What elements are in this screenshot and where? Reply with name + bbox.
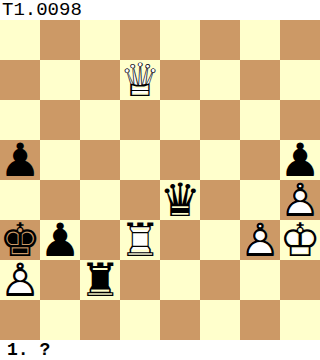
square-b7[interactable] xyxy=(40,60,80,100)
square-c6[interactable] xyxy=(80,100,120,140)
square-h2[interactable] xyxy=(280,260,320,300)
move-prompt: 1. ? xyxy=(0,340,320,360)
square-a1[interactable] xyxy=(0,300,40,340)
puzzle-page: T1.0098 ♛♕♟♟♛♟♙♚♟♜♖♟♙♚♔♟♙♜ 1. ? xyxy=(0,0,320,360)
puzzle-id: T1.0098 xyxy=(0,0,320,20)
square-g1[interactable] xyxy=(240,300,280,340)
square-e1[interactable] xyxy=(160,300,200,340)
white-pawn-icon: ♙ xyxy=(0,260,40,300)
square-f7[interactable] xyxy=(200,60,240,100)
square-b1[interactable] xyxy=(40,300,80,340)
white-pawn-icon: ♙ xyxy=(280,180,320,220)
square-a8[interactable] xyxy=(0,20,40,60)
black-pawn-icon: ♟ xyxy=(280,140,320,180)
white-rook-icon: ♖ xyxy=(120,220,160,260)
square-d3[interactable]: ♜♖ xyxy=(120,220,160,260)
square-a4[interactable] xyxy=(0,180,40,220)
square-d2[interactable] xyxy=(120,260,160,300)
square-a2[interactable]: ♟♙ xyxy=(0,260,40,300)
square-h1[interactable] xyxy=(280,300,320,340)
square-h4[interactable]: ♟♙ xyxy=(280,180,320,220)
square-f6[interactable] xyxy=(200,100,240,140)
square-b8[interactable] xyxy=(40,20,80,60)
square-f5[interactable] xyxy=(200,140,240,180)
square-g2[interactable] xyxy=(240,260,280,300)
square-c1[interactable] xyxy=(80,300,120,340)
square-e8[interactable] xyxy=(160,20,200,60)
square-e3[interactable] xyxy=(160,220,200,260)
chess-board: ♛♕♟♟♛♟♙♚♟♜♖♟♙♚♔♟♙♜ xyxy=(0,20,320,340)
square-c3[interactable] xyxy=(80,220,120,260)
black-queen-icon: ♛ xyxy=(160,180,200,220)
white-pawn-icon: ♙ xyxy=(240,220,280,260)
square-h8[interactable] xyxy=(280,20,320,60)
white-queen-icon: ♕ xyxy=(120,60,160,100)
square-e2[interactable] xyxy=(160,260,200,300)
square-b2[interactable] xyxy=(40,260,80,300)
square-h3[interactable]: ♚♔ xyxy=(280,220,320,260)
square-g7[interactable] xyxy=(240,60,280,100)
square-f2[interactable] xyxy=(200,260,240,300)
square-h6[interactable] xyxy=(280,100,320,140)
square-e5[interactable] xyxy=(160,140,200,180)
square-a3[interactable]: ♚ xyxy=(0,220,40,260)
square-b3[interactable]: ♟ xyxy=(40,220,80,260)
square-g4[interactable] xyxy=(240,180,280,220)
square-c7[interactable] xyxy=(80,60,120,100)
square-b6[interactable] xyxy=(40,100,80,140)
square-e7[interactable] xyxy=(160,60,200,100)
square-f3[interactable] xyxy=(200,220,240,260)
square-a7[interactable] xyxy=(0,60,40,100)
square-b5[interactable] xyxy=(40,140,80,180)
square-h5[interactable]: ♟ xyxy=(280,140,320,180)
square-d7[interactable]: ♛♕ xyxy=(120,60,160,100)
square-f4[interactable] xyxy=(200,180,240,220)
square-b4[interactable] xyxy=(40,180,80,220)
square-c4[interactable] xyxy=(80,180,120,220)
square-d8[interactable] xyxy=(120,20,160,60)
square-d4[interactable] xyxy=(120,180,160,220)
square-e4[interactable]: ♛ xyxy=(160,180,200,220)
black-pawn-icon: ♟ xyxy=(0,140,40,180)
white-king-icon: ♔ xyxy=(280,220,320,260)
square-d1[interactable] xyxy=(120,300,160,340)
black-king-icon: ♚ xyxy=(0,220,40,260)
square-g6[interactable] xyxy=(240,100,280,140)
square-h7[interactable] xyxy=(280,60,320,100)
black-rook-icon: ♜ xyxy=(80,260,120,300)
square-c5[interactable] xyxy=(80,140,120,180)
square-g3[interactable]: ♟♙ xyxy=(240,220,280,260)
square-f8[interactable] xyxy=(200,20,240,60)
square-d6[interactable] xyxy=(120,100,160,140)
square-e6[interactable] xyxy=(160,100,200,140)
square-c2[interactable]: ♜ xyxy=(80,260,120,300)
square-g8[interactable] xyxy=(240,20,280,60)
square-a5[interactable]: ♟ xyxy=(0,140,40,180)
square-a6[interactable] xyxy=(0,100,40,140)
square-f1[interactable] xyxy=(200,300,240,340)
square-d5[interactable] xyxy=(120,140,160,180)
black-pawn-icon: ♟ xyxy=(40,220,80,260)
square-g5[interactable] xyxy=(240,140,280,180)
square-c8[interactable] xyxy=(80,20,120,60)
